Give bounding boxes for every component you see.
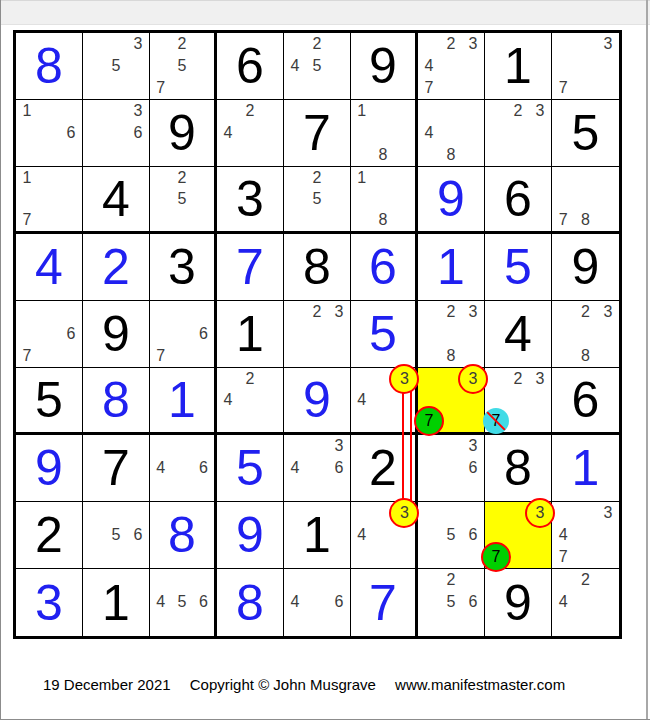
candidate: 1 (351, 100, 372, 122)
candidate: 5 (440, 524, 462, 546)
candidate: 8 (440, 144, 462, 166)
pencil-marks: 24 (217, 100, 283, 166)
cell-value: 8 (83, 368, 149, 432)
candidate: 3 (462, 33, 484, 55)
cell-r7c4[interactable]: 5 (217, 435, 284, 502)
cell-r7c3[interactable]: 46 (150, 435, 217, 502)
cell-r3c7[interactable]: 9 (418, 167, 485, 234)
cell-r6c1[interactable]: 5 (16, 368, 83, 435)
cell-r5c7[interactable]: 238 (418, 301, 485, 368)
cell-r4c8[interactable]: 5 (485, 234, 552, 301)
cell-value: 5 (351, 301, 415, 367)
cell-r9c6[interactable]: 7 (351, 569, 418, 636)
cell-r4c4[interactable]: 7 (217, 234, 284, 301)
pencil-marks: 56 (83, 502, 149, 568)
cell-r5c2[interactable]: 9 (83, 301, 150, 368)
candidate: 3 (127, 100, 149, 122)
candidate: 2 (306, 167, 328, 188)
cell-r8c1[interactable]: 2 (16, 502, 83, 569)
cell-r4c1[interactable]: 4 (16, 234, 83, 301)
cell-r5c6[interactable]: 5 (351, 301, 418, 368)
candidate: 2 (440, 569, 462, 591)
cell-value: 1 (217, 301, 283, 367)
candidate: 4 (284, 55, 306, 77)
cell-r3c5[interactable]: 25 (284, 167, 351, 234)
candidate: 2 (440, 301, 462, 323)
pencil-marks: 257 (150, 33, 214, 99)
candidate: 6 (328, 591, 350, 613)
cell-value: 9 (83, 301, 149, 367)
candidate: 4 (284, 591, 306, 613)
cell-r6c8[interactable]: 237 (485, 368, 552, 435)
pencil-marks: 237 (485, 368, 551, 432)
candidate: 3 (328, 301, 350, 323)
pencil-marks: 24 (552, 569, 619, 636)
footer-date: 19 December 2021 (43, 676, 171, 693)
cell-r2c4[interactable]: 24 (217, 100, 284, 167)
cell-r1c3[interactable]: 257 (150, 33, 217, 100)
pencil-marks: 56 (418, 502, 484, 568)
cell-r9c8[interactable]: 9 (485, 569, 552, 636)
candidate: 2 (171, 33, 192, 55)
candidate: 7 (16, 345, 38, 367)
candidate: 6 (193, 323, 214, 345)
cell-r1c1[interactable]: 8 (16, 33, 83, 100)
candidate: 3 (328, 435, 350, 457)
pencil-marks: 346 (284, 435, 350, 501)
cell-value: 5 (485, 234, 551, 300)
chain-link-line (402, 379, 412, 514)
pencil-marks: 67 (16, 301, 82, 367)
candidate: 4 (217, 122, 239, 144)
candidate: 3 (462, 435, 484, 457)
cell-r6c2[interactable]: 8 (83, 368, 150, 435)
pencil-marks: 238 (552, 301, 619, 367)
cell-r5c8[interactable]: 4 (485, 301, 552, 368)
cell-r1c7[interactable]: 2347 (418, 33, 485, 100)
cell-value: 8 (150, 502, 214, 568)
cell-r3c1[interactable]: 17 (16, 167, 83, 234)
cell-r1c6[interactable]: 9 (351, 33, 418, 100)
cell-r6c5[interactable]: 9 (284, 368, 351, 435)
cell-value: 9 (284, 368, 350, 432)
cell-value: 9 (418, 167, 484, 231)
candidate: 5 (440, 591, 462, 613)
pencil-marks: 456 (150, 569, 214, 636)
pencil-marks: 18 (351, 100, 415, 166)
circled-candidate: 7 (414, 406, 444, 436)
cell-r6c9[interactable]: 6 (552, 368, 619, 435)
cell-value: 2 (83, 234, 149, 300)
cell-r1c4[interactable]: 6 (217, 33, 284, 100)
cell-value: 1 (485, 33, 551, 99)
cell-r1c8[interactable]: 1 (485, 33, 552, 100)
cell-value: 2 (16, 502, 82, 568)
cell-value: 7 (217, 234, 283, 300)
candidate: 3 (529, 100, 551, 122)
cell-value: 6 (552, 368, 619, 432)
candidate: 4 (351, 389, 372, 410)
cell-r9c1[interactable]: 3 (16, 569, 83, 636)
cell-r8c9[interactable]: 347 (552, 502, 619, 569)
cell-value: 6 (485, 167, 551, 231)
cell-value: 3 (217, 167, 283, 231)
candidate: 8 (372, 210, 393, 231)
cell-r7c8[interactable]: 8 (485, 435, 552, 502)
cell-r3c9[interactable]: 78 (552, 167, 619, 234)
pencil-marks: 18 (351, 167, 415, 231)
cell-r4c9[interactable]: 9 (552, 234, 619, 301)
sudoku-app-window: 8352576245923471371636924718482351742532… (0, 0, 650, 720)
candidate: 6 (60, 323, 82, 345)
cell-r7c7[interactable]: 36 (418, 435, 485, 502)
cell-r9c5[interactable]: 46 (284, 569, 351, 636)
cell-r2c2[interactable]: 36 (83, 100, 150, 167)
pencil-marks: 25 (284, 167, 350, 231)
cell-value: 9 (351, 33, 415, 99)
candidate: 7 (16, 210, 38, 231)
cell-value: 5 (217, 435, 283, 501)
circled-candidate: 3 (389, 498, 419, 528)
cell-value: 4 (485, 301, 551, 367)
candidate: 4 (150, 457, 171, 479)
cell-r4c3[interactable]: 3 (150, 234, 217, 301)
cell-value: 4 (83, 167, 149, 231)
cell-value: 8 (217, 569, 283, 636)
candidate: 7 (150, 345, 171, 367)
cell-r3c3[interactable]: 25 (150, 167, 217, 234)
candidate: 8 (574, 345, 596, 367)
candidate: 5 (105, 524, 127, 546)
candidate: 4 (418, 122, 440, 144)
cell-value: 7 (83, 435, 149, 501)
cell-value: 3 (150, 234, 214, 300)
cell-r2c1[interactable]: 16 (16, 100, 83, 167)
candidate: 8 (372, 144, 393, 166)
cell-value: 3 (16, 569, 82, 636)
footer-copyright: Copyright © John Musgrave (190, 676, 376, 693)
candidate: 5 (171, 188, 192, 209)
candidate: 6 (193, 457, 214, 479)
candidate: 2 (171, 167, 192, 188)
candidate: 3 (529, 368, 551, 389)
pencil-marks: 67 (150, 301, 214, 367)
cell-r3c2[interactable]: 4 (83, 167, 150, 234)
pencil-marks: 37 (418, 368, 484, 432)
candidate: 2 (306, 301, 328, 323)
candidate: 5 (105, 55, 127, 77)
candidate: 5 (171, 55, 192, 77)
cell-r5c5[interactable]: 23 (284, 301, 351, 368)
pencil-marks: 37 (552, 33, 619, 99)
window-top-bar (1, 0, 650, 25)
cell-r2c3[interactable]: 9 (150, 100, 217, 167)
sudoku-board: 8352576245923471371636924718482351742532… (13, 30, 622, 639)
cell-r5c1[interactable]: 67 (16, 301, 83, 368)
cell-value: 1 (284, 502, 350, 568)
cell-value: 6 (217, 33, 283, 99)
candidate: 1 (16, 100, 38, 122)
pencil-marks: 238 (418, 301, 484, 367)
cell-r8c2[interactable]: 56 (83, 502, 150, 569)
candidate: 5 (306, 55, 328, 77)
pencil-marks: 46 (150, 435, 214, 501)
candidate: 4 (150, 591, 171, 613)
candidate: 5 (171, 591, 192, 613)
cell-r7c9[interactable]: 1 (552, 435, 619, 502)
candidate: 6 (462, 524, 484, 546)
cell-r6c7[interactable]: 37 (418, 368, 485, 435)
candidate: 2 (507, 368, 529, 389)
cell-r5c3[interactable]: 67 (150, 301, 217, 368)
candidate: 6 (328, 457, 350, 479)
cell-value: 9 (485, 569, 551, 636)
pencil-marks: 46 (284, 569, 350, 636)
cell-value: 7 (351, 569, 415, 636)
candidate: 4 (552, 524, 574, 546)
pencil-marks: 347 (552, 502, 619, 568)
candidate: 1 (16, 167, 38, 188)
cell-r2c9[interactable]: 5 (552, 100, 619, 167)
pencil-marks: 245 (284, 33, 350, 99)
candidate: 7 (552, 546, 574, 568)
footer: 19 December 2021 Copyright © John Musgra… (43, 676, 580, 693)
cell-value: 1 (83, 569, 149, 636)
cell-value: 8 (485, 435, 551, 501)
cell-r8c5[interactable]: 1 (284, 502, 351, 569)
pencil-marks: 48 (418, 100, 484, 166)
cell-value: 9 (150, 100, 214, 166)
pencil-marks: 36 (418, 435, 484, 501)
candidate: 2 (239, 100, 261, 122)
cell-value: 1 (552, 435, 619, 501)
cell-r9c3[interactable]: 456 (150, 569, 217, 636)
candidate: 6 (127, 524, 149, 546)
candidate: 6 (60, 122, 82, 144)
candidate: 2 (239, 368, 261, 389)
candidate: 4 (351, 524, 372, 546)
cell-value: 1 (418, 234, 484, 300)
cell-value: 5 (552, 100, 619, 166)
cell-r3c4[interactable]: 3 (217, 167, 284, 234)
cell-r9c7[interactable]: 256 (418, 569, 485, 636)
candidate: 3 (597, 301, 619, 323)
cell-r8c4[interactable]: 9 (217, 502, 284, 569)
cell-r8c6[interactable]: 34 (351, 502, 418, 569)
cell-r1c5[interactable]: 245 (284, 33, 351, 100)
cell-r2c6[interactable]: 18 (351, 100, 418, 167)
window-right-edge (646, 0, 648, 720)
cell-r6c4[interactable]: 24 (217, 368, 284, 435)
cell-r6c3[interactable]: 1 (150, 368, 217, 435)
cell-value: 9 (217, 502, 283, 568)
cell-r2c5[interactable]: 7 (284, 100, 351, 167)
pencil-marks: 37 (485, 502, 551, 568)
pencil-marks: 17 (16, 167, 82, 231)
cell-value: 4 (16, 234, 82, 300)
cell-r7c2[interactable]: 7 (83, 435, 150, 502)
cell-r5c9[interactable]: 238 (552, 301, 619, 368)
cell-value: 5 (16, 368, 82, 432)
cell-r4c7[interactable]: 1 (418, 234, 485, 301)
cell-r1c9[interactable]: 37 (552, 33, 619, 100)
cell-value: 8 (284, 234, 350, 300)
cell-value: 8 (16, 33, 82, 99)
cell-value: 1 (150, 368, 214, 432)
cell-r9c2[interactable]: 1 (83, 569, 150, 636)
cell-r4c5[interactable]: 8 (284, 234, 351, 301)
candidate: 7 (418, 77, 440, 99)
pencil-marks: 23 (284, 301, 350, 367)
candidate: 4 (284, 457, 306, 479)
footer-website: www.manifestmaster.com (395, 676, 565, 693)
pencil-marks: 35 (83, 33, 149, 99)
cell-r9c4[interactable]: 8 (217, 569, 284, 636)
candidate: 5 (306, 188, 328, 209)
cell-r5c4[interactable]: 1 (217, 301, 284, 368)
pencil-marks: 2347 (418, 33, 484, 99)
pencil-marks: 23 (485, 100, 551, 166)
cell-r8c8[interactable]: 37 (485, 502, 552, 569)
cell-r3c8[interactable]: 6 (485, 167, 552, 234)
pencil-marks: 34 (351, 502, 415, 568)
candidate: 4 (418, 55, 440, 77)
cell-r4c2[interactable]: 2 (83, 234, 150, 301)
candidate: 2 (306, 33, 328, 55)
cell-r1c2[interactable]: 35 (83, 33, 150, 100)
candidate: 3 (597, 33, 619, 55)
candidate: 3 (127, 33, 149, 55)
candidate: 7 (150, 77, 171, 99)
pencil-marks: 24 (217, 368, 283, 432)
cell-value: 9 (16, 435, 82, 501)
circled-candidate: 3 (389, 364, 419, 394)
candidate: 2 (574, 301, 596, 323)
candidate: 2 (507, 100, 529, 122)
candidate: 3 (597, 502, 619, 524)
candidate: 6 (193, 591, 214, 613)
cell-r7c1[interactable]: 9 (16, 435, 83, 502)
cell-r9c9[interactable]: 24 (552, 569, 619, 636)
cell-value: 7 (284, 100, 350, 166)
cell-r8c3[interactable]: 8 (150, 502, 217, 569)
candidate: 6 (462, 457, 484, 479)
circled-candidate: 3 (458, 364, 488, 394)
cell-r7c5[interactable]: 346 (284, 435, 351, 502)
candidate: 6 (462, 591, 484, 613)
cell-value: 6 (351, 234, 415, 300)
pencil-marks: 78 (552, 167, 619, 231)
candidate: 2 (440, 33, 462, 55)
circled-candidate: 7 (481, 542, 511, 572)
cell-r8c7[interactable]: 56 (418, 502, 485, 569)
cell-r4c6[interactable]: 6 (351, 234, 418, 301)
cell-r2c8[interactable]: 23 (485, 100, 552, 167)
candidate: 7 (552, 77, 574, 99)
candidate: 1 (351, 167, 372, 188)
pencil-marks: 16 (16, 100, 82, 166)
candidate: 8 (574, 210, 596, 231)
candidate: 6 (127, 122, 149, 144)
candidate: 4 (552, 591, 574, 613)
cell-r3c6[interactable]: 18 (351, 167, 418, 234)
circled-candidate: 3 (525, 498, 555, 528)
pencil-marks: 36 (83, 100, 149, 166)
cell-value: 9 (552, 234, 619, 300)
candidate: 4 (217, 389, 239, 410)
candidate: 3 (462, 301, 484, 323)
eliminated-candidate: 7 (483, 408, 509, 434)
candidate: 8 (440, 345, 462, 367)
pencil-marks: 256 (418, 569, 484, 636)
candidate: 2 (574, 569, 596, 591)
pencil-marks: 25 (150, 167, 214, 231)
candidate: 7 (552, 210, 574, 231)
cell-r2c7[interactable]: 48 (418, 100, 485, 167)
